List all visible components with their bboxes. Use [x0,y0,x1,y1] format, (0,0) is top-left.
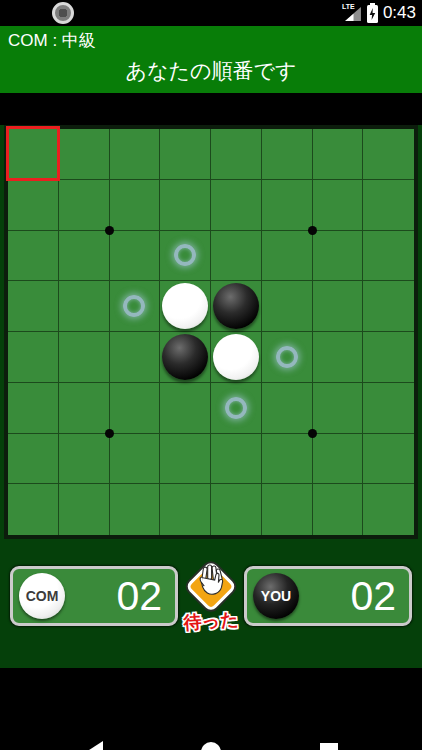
black-disc [213,283,259,329]
board-cell-a3[interactable] [8,231,59,282]
legal-move-hint[interactable] [276,346,298,368]
board-cell-c1[interactable] [110,129,161,180]
undo-button[interactable]: 待った [176,561,246,633]
board-cell-b2[interactable] [59,180,110,231]
white-disc [162,283,208,329]
board-cell-c4[interactable] [110,281,161,332]
board-cell-c3[interactable] [110,231,161,282]
board-cell-g1[interactable] [313,129,364,180]
undo-label: 待った [183,607,239,635]
white-disc [213,334,259,380]
you-score-panel: YOU 02 [244,566,412,626]
board-cell-g4[interactable] [313,281,364,332]
screen-record-icon [52,2,74,24]
board-cell-b5[interactable] [59,332,110,383]
board-cell-d8[interactable] [160,484,211,535]
board-cell-c8[interactable] [110,484,161,535]
legal-move-hint[interactable] [123,295,145,317]
home-button[interactable] [201,742,221,750]
board-cell-e3[interactable] [211,231,262,282]
carrier-label: LTE [342,3,355,10]
board-cell-h5[interactable] [363,332,414,383]
board-cell-b3[interactable] [59,231,110,282]
board-cell-c5[interactable] [110,332,161,383]
board-cell-g3[interactable] [313,231,364,282]
board-cell-e1[interactable] [211,129,262,180]
board-cell-b4[interactable] [59,281,110,332]
board-cell-a6[interactable] [8,383,59,434]
board-cell-e8[interactable] [211,484,262,535]
legal-move-hint[interactable] [225,397,247,419]
board-cell-f3[interactable] [262,231,313,282]
status-bar: LTE 0:43 [0,0,422,26]
com-disc: COM [19,573,65,619]
selection-cursor [6,126,60,181]
com-score: 02 [65,566,175,626]
othello-board [4,125,418,539]
clock: 0:43 [383,0,416,26]
battery-charging-icon [367,5,378,23]
legal-move-hint[interactable] [174,244,196,266]
board-cell-g2[interactable] [313,180,364,231]
board-cell-f5[interactable] [262,332,313,383]
board-cell-g7[interactable] [313,434,364,485]
board-cell-h1[interactable] [363,129,414,180]
hand-icon [196,564,226,596]
board-cell-d7[interactable] [160,434,211,485]
black-disc [162,334,208,380]
board-cell-c6[interactable] [110,383,161,434]
board-cell-d5[interactable] [160,332,211,383]
board-cell-f7[interactable] [262,434,313,485]
star-point [105,429,114,438]
game-header: COM : 中級 あなたの順番です [0,26,422,93]
board-cell-d2[interactable] [160,180,211,231]
turn-message: あなたの順番です [8,56,414,86]
board-cell-f1[interactable] [262,129,313,180]
board-cell-h4[interactable] [363,281,414,332]
board-cell-e2[interactable] [211,180,262,231]
scoreboard: COM 02 待った [10,566,412,626]
board-cell-g8[interactable] [313,484,364,535]
board-cell-d6[interactable] [160,383,211,434]
board-cell-f8[interactable] [262,484,313,535]
game-area: COM 02 待った [0,125,422,668]
you-disc-label: YOU [261,588,291,604]
board-cell-e4[interactable] [211,281,262,332]
board-cell-a8[interactable] [8,484,59,535]
phone-screen: LTE 0:43 COM : 中級 あなたの順番です COM 02 [0,0,422,750]
star-point [105,226,114,235]
board-cell-b8[interactable] [59,484,110,535]
board-cell-h3[interactable] [363,231,414,282]
board-cell-d4[interactable] [160,281,211,332]
board-cell-c7[interactable] [110,434,161,485]
board-cell-g6[interactable] [313,383,364,434]
board-cell-a7[interactable] [8,434,59,485]
board-cell-b7[interactable] [59,434,110,485]
board-cell-h2[interactable] [363,180,414,231]
com-disc-label: COM [26,588,59,604]
board-cell-a5[interactable] [8,332,59,383]
you-score: 02 [299,566,409,626]
back-button[interactable] [86,741,103,750]
board-cell-h8[interactable] [363,484,414,535]
board-cell-d1[interactable] [160,129,211,180]
com-score-panel: COM 02 [10,566,178,626]
board-cell-e7[interactable] [211,434,262,485]
board-cell-h6[interactable] [363,383,414,434]
charging-bolt-icon [368,8,376,20]
board-cell-e6[interactable] [211,383,262,434]
board-cell-a4[interactable] [8,281,59,332]
board-cell-b6[interactable] [59,383,110,434]
opponent-level-label: COM : 中級 [8,29,414,53]
star-point [308,429,317,438]
board-cell-e5[interactable] [211,332,262,383]
board-cell-g5[interactable] [313,332,364,383]
nav-bar [0,668,422,750]
board-cell-f4[interactable] [262,281,313,332]
board-cell-h7[interactable] [363,434,414,485]
recents-button[interactable] [320,743,338,750]
board-cell-f6[interactable] [262,383,313,434]
board-cell-d3[interactable] [160,231,211,282]
board-cell-f2[interactable] [262,180,313,231]
board-cell-b1[interactable] [59,129,110,180]
board-cell-c2[interactable] [110,180,161,231]
signal-icon: LTE [342,2,362,24]
you-disc: YOU [253,573,299,619]
star-point [308,226,317,235]
board-cell-a2[interactable] [8,180,59,231]
